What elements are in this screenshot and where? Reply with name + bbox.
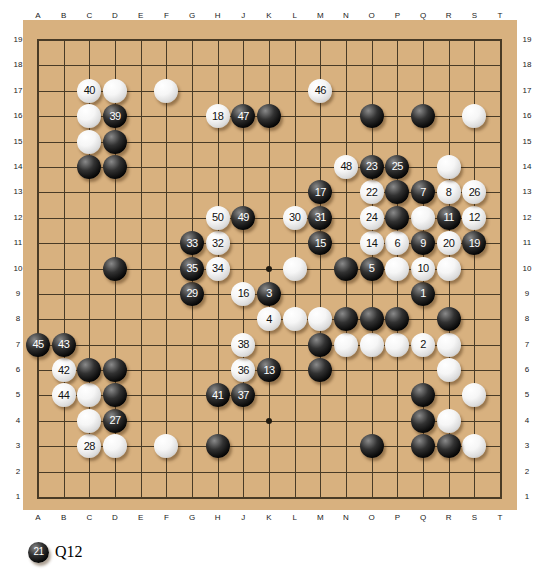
caption-stone-number: 21 xyxy=(33,547,43,557)
stone-number: 9 xyxy=(420,238,426,249)
coord-label-left: 3 xyxy=(16,442,20,450)
stone-R11: 20 xyxy=(437,231,461,255)
coord-label-left: 18 xyxy=(14,61,23,69)
stone-number: 6 xyxy=(395,238,401,249)
stone-P7 xyxy=(385,333,409,357)
stone-number: 42 xyxy=(58,365,69,376)
coord-label-top: E xyxy=(138,12,143,20)
coord-label-right: 16 xyxy=(523,112,532,120)
stone-O10: 5 xyxy=(360,257,384,281)
stone-number: 4 xyxy=(266,314,272,325)
stone-S3 xyxy=(462,434,486,458)
coord-label-top: B xyxy=(61,12,66,20)
stone-P13 xyxy=(385,180,409,204)
stone-S16 xyxy=(462,104,486,128)
coord-label-top: K xyxy=(266,12,271,20)
stone-J6: 36 xyxy=(231,358,255,382)
coord-label-bottom: O xyxy=(369,514,375,522)
stone-R4 xyxy=(437,409,461,433)
stone-M17: 46 xyxy=(308,79,332,103)
stone-N10 xyxy=(334,257,358,281)
stone-P8 xyxy=(385,307,409,331)
coord-label-bottom: M xyxy=(317,514,324,522)
stone-K6: 13 xyxy=(257,358,281,382)
stone-S13: 26 xyxy=(462,180,486,204)
stone-O12: 24 xyxy=(360,206,384,230)
stone-R7 xyxy=(437,333,461,357)
stone-K9: 3 xyxy=(257,282,281,306)
stone-number: 24 xyxy=(366,212,377,223)
stone-number: 37 xyxy=(238,390,249,401)
stone-D10 xyxy=(103,257,127,281)
coord-label-bottom: H xyxy=(215,514,221,522)
stone-number: 25 xyxy=(392,161,403,172)
stone-number: 14 xyxy=(366,238,377,249)
stone-M11: 15 xyxy=(308,231,332,255)
star-point xyxy=(266,266,272,272)
stone-H11: 32 xyxy=(206,231,230,255)
stone-number: 27 xyxy=(109,415,120,426)
stone-R3 xyxy=(437,434,461,458)
stone-number: 50 xyxy=(212,212,223,223)
coord-label-bottom: C xyxy=(86,514,92,522)
stone-L12: 30 xyxy=(283,206,307,230)
stone-Q4 xyxy=(411,409,435,433)
coord-label-top: H xyxy=(215,12,221,20)
stone-B5: 44 xyxy=(52,383,76,407)
coord-label-top: C xyxy=(86,12,92,20)
coord-label-left: 16 xyxy=(14,112,23,120)
coord-label-bottom: E xyxy=(138,514,143,522)
coord-label-bottom: A xyxy=(35,514,40,522)
stone-number: 38 xyxy=(238,339,249,350)
stone-J12: 49 xyxy=(231,206,255,230)
stone-O7 xyxy=(360,333,384,357)
stone-J9: 16 xyxy=(231,282,255,306)
stone-number: 1 xyxy=(420,288,426,299)
stone-P10 xyxy=(385,257,409,281)
coord-label-right: 2 xyxy=(525,468,529,476)
go-diagram-page: AABBCCDDEEFFGGHHJJKKLLMMNNOOPPQQRRSSTT19… xyxy=(0,0,540,578)
coord-label-left: 7 xyxy=(16,341,20,349)
coord-label-right: 14 xyxy=(523,163,532,171)
coord-label-left: 13 xyxy=(14,188,23,196)
coord-label-bottom: P xyxy=(395,514,400,522)
coord-label-top: M xyxy=(317,12,324,20)
stone-R10 xyxy=(437,257,461,281)
stone-Q7: 2 xyxy=(411,333,435,357)
stone-S12: 12 xyxy=(462,206,486,230)
move-annotation: 21 Q12 xyxy=(28,541,83,563)
stone-number: 16 xyxy=(238,288,249,299)
stone-R6 xyxy=(437,358,461,382)
coord-label-bottom: N xyxy=(343,514,349,522)
stone-number: 15 xyxy=(315,238,326,249)
stone-O14: 23 xyxy=(360,155,384,179)
caption-location-text: Q12 xyxy=(55,543,83,561)
coord-label-top: D xyxy=(112,12,118,20)
coord-label-bottom: T xyxy=(498,514,503,522)
stone-Q10: 10 xyxy=(411,257,435,281)
stone-H5: 41 xyxy=(206,383,230,407)
coord-label-top: A xyxy=(35,12,40,20)
coord-label-right: 12 xyxy=(523,214,532,222)
coord-label-right: 1 xyxy=(525,493,529,501)
stone-number: 23 xyxy=(366,161,377,172)
coord-label-top: G xyxy=(189,12,195,20)
stone-number: 44 xyxy=(58,390,69,401)
stone-O3 xyxy=(360,434,384,458)
stone-D6 xyxy=(103,358,127,382)
stone-R14 xyxy=(437,155,461,179)
stone-P11: 6 xyxy=(385,231,409,255)
coord-label-bottom: Q xyxy=(420,514,426,522)
stone-Q9: 1 xyxy=(411,282,435,306)
stone-M8 xyxy=(308,307,332,331)
coord-label-right: 9 xyxy=(525,290,529,298)
coord-label-right: 18 xyxy=(523,61,532,69)
coord-label-left: 11 xyxy=(14,239,22,247)
grid-line xyxy=(320,40,321,497)
stone-number: 33 xyxy=(186,238,197,249)
stone-Q11: 9 xyxy=(411,231,435,255)
star-point xyxy=(266,418,272,424)
stone-number: 7 xyxy=(420,187,426,198)
stone-N8 xyxy=(334,307,358,331)
coord-label-right: 8 xyxy=(525,315,529,323)
stone-B7: 43 xyxy=(52,333,76,357)
stone-G11: 33 xyxy=(180,231,204,255)
stone-S5 xyxy=(462,383,486,407)
stone-C6 xyxy=(77,358,101,382)
stone-J5: 37 xyxy=(231,383,255,407)
stone-number: 3 xyxy=(266,288,272,299)
stone-S11: 19 xyxy=(462,231,486,255)
stone-number: 49 xyxy=(238,212,249,223)
caption-stone-black-21: 21 xyxy=(28,542,49,563)
stone-number: 22 xyxy=(366,187,377,198)
coord-label-left: 2 xyxy=(16,468,20,476)
coord-label-bottom: S xyxy=(472,514,477,522)
stone-D14 xyxy=(103,155,127,179)
stone-number: 2 xyxy=(420,339,426,350)
stone-D4: 27 xyxy=(103,409,127,433)
stone-M6 xyxy=(308,358,332,382)
stone-D3 xyxy=(103,434,127,458)
stone-K16 xyxy=(257,104,281,128)
stone-number: 39 xyxy=(109,111,120,122)
stone-C5 xyxy=(77,383,101,407)
stone-number: 13 xyxy=(263,365,274,376)
coord-label-bottom: R xyxy=(446,514,452,522)
coord-label-top: T xyxy=(498,12,503,20)
stone-G9: 29 xyxy=(180,282,204,306)
coord-label-right: 7 xyxy=(525,341,529,349)
coord-label-left: 9 xyxy=(16,290,20,298)
coord-label-right: 15 xyxy=(523,138,532,146)
stone-F3 xyxy=(154,434,178,458)
stone-O13: 22 xyxy=(360,180,384,204)
stone-A7: 45 xyxy=(26,333,50,357)
stone-number: 45 xyxy=(32,339,43,350)
stone-number: 43 xyxy=(58,339,69,350)
coord-label-right: 3 xyxy=(525,442,529,450)
coord-label-top: F xyxy=(164,12,169,20)
coord-label-right: 4 xyxy=(525,417,529,425)
coord-label-left: 12 xyxy=(14,214,23,222)
stone-N7 xyxy=(334,333,358,357)
coord-label-top: O xyxy=(369,12,375,20)
stone-M7 xyxy=(308,333,332,357)
stone-number: 40 xyxy=(84,85,95,96)
stone-Q16 xyxy=(411,104,435,128)
stone-number: 8 xyxy=(446,187,452,198)
coord-label-bottom: F xyxy=(164,514,169,522)
stone-H12: 50 xyxy=(206,206,230,230)
stone-L8 xyxy=(283,307,307,331)
stone-O11: 14 xyxy=(360,231,384,255)
stone-K8: 4 xyxy=(257,307,281,331)
coord-label-left: 15 xyxy=(14,138,23,146)
stone-number: 18 xyxy=(212,111,223,122)
stone-L10 xyxy=(283,257,307,281)
grid-line xyxy=(38,472,500,473)
coord-label-left: 8 xyxy=(16,315,20,323)
coord-label-bottom: K xyxy=(266,514,271,522)
stone-O8 xyxy=(360,307,384,331)
coord-label-top: Q xyxy=(420,12,426,20)
stone-Q3 xyxy=(411,434,435,458)
stone-number: 32 xyxy=(212,238,223,249)
stone-C15 xyxy=(77,130,101,154)
stone-F17 xyxy=(154,79,178,103)
stone-G10: 35 xyxy=(180,257,204,281)
stone-number: 10 xyxy=(417,263,428,274)
stone-number: 34 xyxy=(212,263,223,274)
stone-number: 17 xyxy=(315,187,326,198)
stone-R12: 11 xyxy=(437,206,461,230)
stone-R13: 8 xyxy=(437,180,461,204)
stone-Q5 xyxy=(411,383,435,407)
go-board: AABBCCDDEEFFGGHHJJKKLLMMNNOOPPQQRRSSTT19… xyxy=(23,20,517,510)
coord-label-bottom: G xyxy=(189,514,195,522)
coord-label-bottom: L xyxy=(292,514,296,522)
coord-label-right: 17 xyxy=(523,87,532,95)
stone-J16: 47 xyxy=(231,104,255,128)
stone-number: 48 xyxy=(340,161,351,172)
coord-label-left: 6 xyxy=(16,366,20,374)
stone-number: 30 xyxy=(289,212,300,223)
coord-label-left: 10 xyxy=(14,265,23,273)
stone-C4 xyxy=(77,409,101,433)
stone-number: 29 xyxy=(186,288,197,299)
coord-label-right: 11 xyxy=(523,239,531,247)
coord-label-top: L xyxy=(292,12,296,20)
stone-H3 xyxy=(206,434,230,458)
stone-number: 35 xyxy=(186,263,197,274)
stone-D16: 39 xyxy=(103,104,127,128)
stone-N14: 48 xyxy=(334,155,358,179)
stone-number: 46 xyxy=(315,85,326,96)
stone-M12: 31 xyxy=(308,206,332,230)
stone-C3: 28 xyxy=(77,434,101,458)
coord-label-left: 19 xyxy=(14,36,23,44)
stone-B6: 42 xyxy=(52,358,76,382)
stone-Q13: 7 xyxy=(411,180,435,204)
stone-C16 xyxy=(77,104,101,128)
stone-P12 xyxy=(385,206,409,230)
coord-label-top: R xyxy=(446,12,452,20)
coord-label-top: N xyxy=(343,12,349,20)
stone-number: 12 xyxy=(469,212,480,223)
stone-R8 xyxy=(437,307,461,331)
coord-label-right: 19 xyxy=(523,36,532,44)
coord-label-left: 14 xyxy=(14,163,23,171)
stone-number: 47 xyxy=(238,111,249,122)
coord-label-bottom: B xyxy=(61,514,66,522)
stone-H16: 18 xyxy=(206,104,230,128)
stone-number: 28 xyxy=(84,441,95,452)
coord-label-left: 17 xyxy=(14,87,23,95)
coord-label-bottom: J xyxy=(241,514,245,522)
coord-label-left: 1 xyxy=(16,493,20,501)
coord-label-left: 4 xyxy=(16,417,20,425)
stone-C17: 40 xyxy=(77,79,101,103)
stone-number: 19 xyxy=(469,238,480,249)
stone-D15 xyxy=(103,130,127,154)
coord-label-top: J xyxy=(241,12,245,20)
stone-H10: 34 xyxy=(206,257,230,281)
stone-number: 5 xyxy=(369,263,375,274)
stone-J7: 38 xyxy=(231,333,255,357)
stone-number: 11 xyxy=(443,212,453,223)
stone-number: 31 xyxy=(315,212,326,223)
stone-D5 xyxy=(103,383,127,407)
stone-C14 xyxy=(77,155,101,179)
stone-number: 36 xyxy=(238,365,249,376)
coord-label-top: S xyxy=(472,12,477,20)
coord-label-right: 6 xyxy=(525,366,529,374)
coord-label-right: 10 xyxy=(523,265,532,273)
stone-number: 41 xyxy=(212,390,223,401)
coord-label-left: 5 xyxy=(16,391,20,399)
coord-label-right: 13 xyxy=(523,188,532,196)
coord-label-right: 5 xyxy=(525,391,529,399)
stone-D17 xyxy=(103,79,127,103)
stone-Q12 xyxy=(411,206,435,230)
coord-label-top: P xyxy=(395,12,400,20)
stone-number: 26 xyxy=(469,187,480,198)
coord-label-bottom: D xyxy=(112,514,118,522)
stone-number: 20 xyxy=(443,238,454,249)
stone-O16 xyxy=(360,104,384,128)
stone-M13: 17 xyxy=(308,180,332,204)
stone-P14: 25 xyxy=(385,155,409,179)
